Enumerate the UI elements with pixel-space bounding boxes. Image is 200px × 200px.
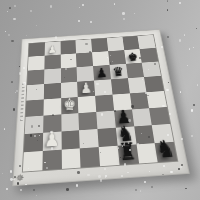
square-c1 — [61, 148, 80, 169]
square-d6 — [77, 66, 94, 82]
square-e5 — [94, 79, 112, 95]
square-a7 — [28, 56, 45, 71]
square-e8 — [91, 38, 108, 52]
chess-board: ♟♚♟♛♟♚♟♟♞♜♞ ✵ — [12, 29, 190, 186]
square-b7 — [44, 55, 60, 70]
square-f6: ♛ — [109, 64, 127, 80]
board-grid: ♟♚♟♛♟♚♟♟♞♜♞ — [23, 35, 177, 172]
square-d3 — [79, 112, 98, 130]
square-a2 — [24, 133, 43, 152]
piece-black-pawn: ♟ — [93, 66, 111, 80]
square-d8 — [76, 39, 92, 53]
square-d1 — [80, 147, 100, 168]
piece-black-queen: ♛ — [109, 65, 127, 79]
square-f4 — [112, 93, 131, 110]
piece-white-pawn: ♟ — [77, 81, 95, 97]
square-a8 — [29, 43, 45, 57]
square-b2: ♟ — [43, 132, 62, 151]
square-e6: ♟ — [93, 65, 111, 81]
piece-black-king: ♚ — [124, 51, 142, 63]
square-h2 — [152, 124, 174, 143]
square-a5 — [26, 84, 43, 101]
square-b8: ♟ — [44, 41, 60, 55]
square-b5 — [44, 83, 61, 100]
square-d4 — [78, 96, 96, 113]
square-c8 — [60, 40, 76, 54]
square-h3 — [149, 107, 170, 125]
square-f5 — [111, 78, 130, 94]
square-f8 — [107, 37, 124, 51]
square-h6 — [142, 62, 161, 78]
square-e7 — [92, 51, 109, 66]
piece-white-king: ♚ — [61, 96, 79, 113]
square-b4 — [43, 98, 61, 115]
square-b1 — [42, 150, 61, 171]
square-a6 — [27, 69, 44, 85]
square-h4 — [147, 91, 167, 108]
square-e4 — [95, 95, 114, 112]
square-h8 — [138, 35, 156, 49]
square-f7 — [108, 50, 126, 65]
square-b6 — [44, 68, 61, 84]
square-c2 — [61, 130, 80, 149]
square-h1: ♞ — [155, 142, 177, 162]
square-e3 — [96, 111, 115, 129]
piece-black-pawn: ♟ — [114, 108, 134, 127]
square-c4: ♚ — [61, 97, 79, 114]
square-h5 — [144, 76, 164, 92]
square-b3 — [43, 114, 61, 132]
square-d5: ♟ — [77, 81, 95, 97]
frame-marking-icon — [20, 84, 25, 122]
square-f1: ♜ — [117, 144, 138, 164]
chessboard-photo: ♟♚♟♛♟♚♟♟♞♜♞ ✵ — [0, 0, 200, 200]
board-logo-icon: ✵ — [13, 171, 26, 184]
square-f3: ♟ — [114, 109, 134, 127]
square-f2: ♞ — [116, 126, 137, 145]
square-a3 — [25, 116, 44, 134]
piece-white-pawn: ♟ — [44, 44, 60, 55]
square-a4 — [26, 99, 44, 116]
square-a1 — [23, 151, 43, 172]
square-e2 — [97, 128, 117, 147]
square-d7 — [76, 52, 93, 67]
square-c6 — [60, 67, 77, 83]
square-e1 — [99, 146, 120, 166]
square-c7 — [60, 53, 76, 68]
square-d2 — [79, 129, 98, 148]
square-c5 — [61, 82, 78, 98]
square-h7 — [140, 48, 158, 63]
square-c3 — [61, 113, 79, 131]
